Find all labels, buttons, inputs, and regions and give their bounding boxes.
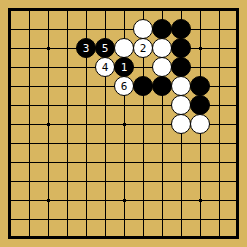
grid-line-horizontal	[10, 181, 239, 182]
stone-black-move-5: 5	[95, 38, 115, 58]
move-number-label: 2	[140, 43, 147, 54]
star-point	[199, 47, 202, 50]
move-number-label: 4	[102, 62, 109, 73]
stone-black	[171, 38, 191, 58]
star-point	[47, 123, 50, 126]
stone-black	[190, 76, 210, 96]
go-board-diagram: 352416	[0, 0, 247, 247]
stone-white	[171, 76, 191, 96]
stone-white	[171, 114, 191, 134]
star-point	[47, 47, 50, 50]
move-number-label: 1	[121, 62, 128, 73]
stone-white	[190, 114, 210, 134]
star-point	[199, 199, 202, 202]
stone-black-move-3: 3	[76, 38, 96, 58]
stone-white	[114, 38, 134, 58]
stone-black	[171, 57, 191, 77]
stone-white	[133, 19, 153, 39]
stone-white	[152, 38, 172, 58]
stone-black	[133, 76, 153, 96]
star-point	[47, 199, 50, 202]
move-number-label: 3	[83, 43, 90, 54]
stone-white	[152, 57, 172, 77]
stone-white	[171, 95, 191, 115]
move-number-label: 5	[102, 43, 109, 54]
grid-line-horizontal	[10, 219, 239, 220]
stone-white-move-4: 4	[95, 57, 115, 77]
stone-black	[171, 19, 191, 39]
stone-black	[190, 95, 210, 115]
star-point	[123, 123, 126, 126]
stone-black	[152, 19, 172, 39]
move-number-label: 6	[121, 81, 128, 92]
stone-black-move-1: 1	[114, 57, 134, 77]
grid-line-horizontal	[10, 162, 239, 163]
stone-white-move-6: 6	[114, 76, 134, 96]
stone-black	[152, 76, 172, 96]
grid-line-horizontal	[10, 143, 239, 144]
grid-line-vertical	[219, 10, 220, 239]
star-point	[123, 199, 126, 202]
stone-white-move-2: 2	[133, 38, 153, 58]
